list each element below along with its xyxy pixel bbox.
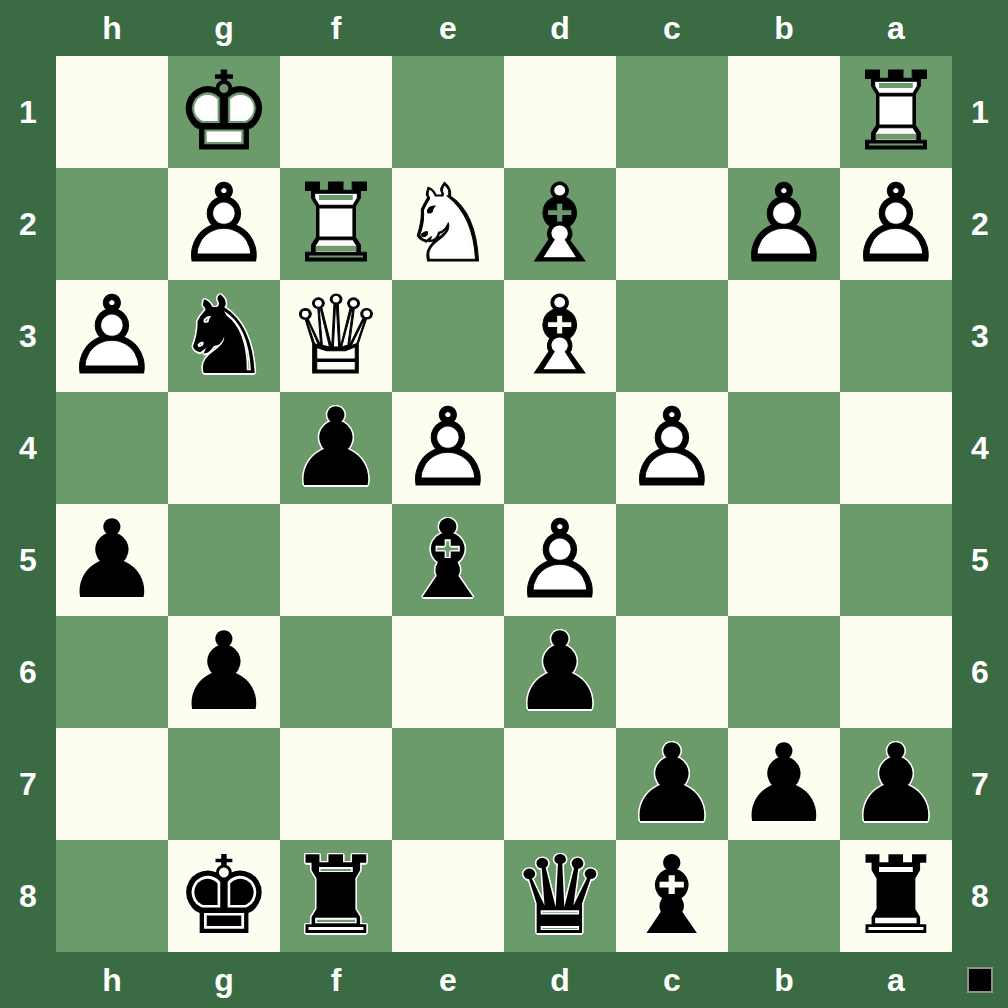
black-pawn[interactable]: ♟ <box>280 392 392 504</box>
piece-glyph: ♟ <box>616 728 728 840</box>
file-label-top-b: b <box>728 0 840 56</box>
piece-glyph-outline: ♔ <box>168 56 280 168</box>
square-d2[interactable]: ♝♗ <box>504 168 616 280</box>
file-label-bottom-e: e <box>392 952 504 1008</box>
piece-glyph: ♟ <box>280 392 392 504</box>
square-f4[interactable]: ♟ <box>280 392 392 504</box>
rank-label-right-6: 6 <box>952 616 1008 728</box>
rank-label-left-5: 5 <box>0 504 56 616</box>
white-pawn[interactable]: ♟♙ <box>616 392 728 504</box>
rank-label-left-6: 6 <box>0 616 56 728</box>
rank-label-left-2: 2 <box>0 168 56 280</box>
file-label-bottom-f: f <box>280 952 392 1008</box>
square-a4[interactable] <box>840 392 952 504</box>
file-label-top-h: h <box>56 0 168 56</box>
square-b8[interactable] <box>728 840 840 952</box>
rank-label-right-3: 3 <box>952 280 1008 392</box>
square-e3[interactable] <box>392 280 504 392</box>
square-c3[interactable] <box>616 280 728 392</box>
piece-glyph: ♜ <box>840 840 952 952</box>
piece-glyph-outline: ♖ <box>280 168 392 280</box>
file-label-bottom-a: a <box>840 952 952 1008</box>
board-border-corner <box>0 0 56 56</box>
rank-label-left-8: 8 <box>0 840 56 952</box>
piece-glyph: ♟ <box>840 168 952 280</box>
board-border-corner <box>952 0 1008 56</box>
square-e7[interactable] <box>392 728 504 840</box>
square-f3[interactable]: ♛♕ <box>280 280 392 392</box>
black-pawn[interactable]: ♟ <box>728 728 840 840</box>
black-pawn[interactable]: ♟ <box>616 728 728 840</box>
piece-glyph: ♟ <box>728 168 840 280</box>
piece-glyph-outline: ♙ <box>616 392 728 504</box>
file-label-top-e: e <box>392 0 504 56</box>
piece-glyph-outline: ♙ <box>392 392 504 504</box>
square-b2[interactable]: ♟♙ <box>728 168 840 280</box>
square-c6[interactable] <box>616 616 728 728</box>
square-d8[interactable]: ♛ <box>504 840 616 952</box>
piece-glyph: ♚ <box>168 840 280 952</box>
black-pawn[interactable]: ♟ <box>168 616 280 728</box>
piece-glyph: ♟ <box>504 616 616 728</box>
file-label-bottom-d: d <box>504 952 616 1008</box>
black-knight[interactable]: ♞ <box>168 280 280 392</box>
square-c4[interactable]: ♟♙ <box>616 392 728 504</box>
square-h8[interactable] <box>56 840 168 952</box>
square-g8[interactable]: ♚ <box>168 840 280 952</box>
square-c5[interactable] <box>616 504 728 616</box>
square-a5[interactable] <box>840 504 952 616</box>
board-border-corner <box>952 952 1008 1008</box>
chess-board: hgfedcba1♚♔♜♖12♟♙♜♖♞♘♝♗♟♙♟♙23♟♙♞♛♕♝♗34♟♟… <box>0 0 1008 1008</box>
square-b4[interactable] <box>728 392 840 504</box>
square-h4[interactable] <box>56 392 168 504</box>
piece-glyph: ♟ <box>56 504 168 616</box>
square-d3[interactable]: ♝♗ <box>504 280 616 392</box>
white-pawn[interactable]: ♟♙ <box>840 168 952 280</box>
piece-glyph: ♟ <box>616 392 728 504</box>
piece-glyph: ♟ <box>56 280 168 392</box>
square-d6[interactable]: ♟ <box>504 616 616 728</box>
rank-label-right-5: 5 <box>952 504 1008 616</box>
piece-glyph: ♛ <box>504 840 616 952</box>
piece-glyph: ♜ <box>280 840 392 952</box>
white-pawn[interactable]: ♟♙ <box>56 280 168 392</box>
square-e5[interactable]: ♝ <box>392 504 504 616</box>
black-to-move-indicator <box>967 967 993 993</box>
rank-label-right-1: 1 <box>952 56 1008 168</box>
piece-glyph: ♝ <box>504 168 616 280</box>
rank-label-right-2: 2 <box>952 168 1008 280</box>
black-rook[interactable]: ♜ <box>840 840 952 952</box>
square-g2[interactable]: ♟♙ <box>168 168 280 280</box>
square-h6[interactable] <box>56 616 168 728</box>
piece-glyph: ♜ <box>840 56 952 168</box>
rank-label-right-8: 8 <box>952 840 1008 952</box>
piece-glyph-outline: ♗ <box>504 280 616 392</box>
white-pawn[interactable]: ♟♙ <box>392 392 504 504</box>
piece-glyph: ♛ <box>280 280 392 392</box>
piece-glyph: ♟ <box>728 728 840 840</box>
black-pawn[interactable]: ♟ <box>840 728 952 840</box>
piece-glyph: ♟ <box>168 616 280 728</box>
square-a7[interactable]: ♟ <box>840 728 952 840</box>
file-label-bottom-g: g <box>168 952 280 1008</box>
white-pawn[interactable]: ♟♙ <box>728 168 840 280</box>
square-d1[interactable] <box>504 56 616 168</box>
piece-glyph-outline: ♖ <box>840 56 952 168</box>
file-label-bottom-b: b <box>728 952 840 1008</box>
piece-glyph: ♞ <box>168 280 280 392</box>
piece-glyph: ♞ <box>392 168 504 280</box>
square-h7[interactable] <box>56 728 168 840</box>
square-h1[interactable] <box>56 56 168 168</box>
piece-glyph-outline: ♙ <box>56 280 168 392</box>
rank-label-left-1: 1 <box>0 56 56 168</box>
square-h2[interactable] <box>56 168 168 280</box>
piece-glyph: ♟ <box>504 504 616 616</box>
file-label-top-c: c <box>616 0 728 56</box>
file-label-top-a: a <box>840 0 952 56</box>
black-bishop[interactable]: ♝ <box>392 504 504 616</box>
black-pawn[interactable]: ♟ <box>56 504 168 616</box>
piece-glyph: ♝ <box>392 504 504 616</box>
piece-glyph: ♝ <box>504 280 616 392</box>
black-pawn[interactable]: ♟ <box>504 616 616 728</box>
piece-glyph: ♟ <box>392 392 504 504</box>
piece-glyph-outline: ♗ <box>504 168 616 280</box>
rank-label-right-4: 4 <box>952 392 1008 504</box>
piece-glyph-outline: ♙ <box>840 168 952 280</box>
rank-label-right-7: 7 <box>952 728 1008 840</box>
white-rook[interactable]: ♜♖ <box>840 56 952 168</box>
square-d7[interactable] <box>504 728 616 840</box>
piece-glyph: ♝ <box>616 840 728 952</box>
white-rook[interactable]: ♜♖ <box>280 168 392 280</box>
piece-glyph-outline: ♘ <box>392 168 504 280</box>
white-bishop[interactable]: ♝♗ <box>504 280 616 392</box>
square-f7[interactable] <box>280 728 392 840</box>
board-border-corner <box>0 952 56 1008</box>
square-c2[interactable] <box>616 168 728 280</box>
black-bishop[interactable]: ♝ <box>616 840 728 952</box>
square-g7[interactable] <box>168 728 280 840</box>
square-f8[interactable]: ♜ <box>280 840 392 952</box>
piece-glyph-outline: ♙ <box>168 168 280 280</box>
white-king[interactable]: ♚♔ <box>168 56 280 168</box>
square-d5[interactable]: ♟♙ <box>504 504 616 616</box>
square-c7[interactable]: ♟ <box>616 728 728 840</box>
square-g3[interactable]: ♞ <box>168 280 280 392</box>
piece-glyph: ♜ <box>280 168 392 280</box>
square-h5[interactable]: ♟ <box>56 504 168 616</box>
rank-label-left-7: 7 <box>0 728 56 840</box>
square-e6[interactable] <box>392 616 504 728</box>
square-e1[interactable] <box>392 56 504 168</box>
rank-label-left-4: 4 <box>0 392 56 504</box>
square-b1[interactable] <box>728 56 840 168</box>
file-label-bottom-h: h <box>56 952 168 1008</box>
square-a8[interactable]: ♜ <box>840 840 952 952</box>
black-king[interactable]: ♚ <box>168 840 280 952</box>
square-b5[interactable] <box>728 504 840 616</box>
black-queen[interactable]: ♛ <box>504 840 616 952</box>
square-b3[interactable] <box>728 280 840 392</box>
file-label-top-f: f <box>280 0 392 56</box>
file-label-top-d: d <box>504 0 616 56</box>
black-rook[interactable]: ♜ <box>280 840 392 952</box>
square-f2[interactable]: ♜♖ <box>280 168 392 280</box>
rank-label-left-3: 3 <box>0 280 56 392</box>
square-f5[interactable] <box>280 504 392 616</box>
piece-glyph-outline: ♙ <box>504 504 616 616</box>
square-e8[interactable] <box>392 840 504 952</box>
piece-glyph-outline: ♕ <box>280 280 392 392</box>
square-e2[interactable]: ♞♘ <box>392 168 504 280</box>
square-g6[interactable]: ♟ <box>168 616 280 728</box>
white-pawn[interactable]: ♟♙ <box>168 168 280 280</box>
white-knight[interactable]: ♞♘ <box>392 168 504 280</box>
piece-glyph-outline: ♙ <box>728 168 840 280</box>
square-g1[interactable]: ♚♔ <box>168 56 280 168</box>
square-g4[interactable] <box>168 392 280 504</box>
square-h3[interactable]: ♟♙ <box>56 280 168 392</box>
square-e4[interactable]: ♟♙ <box>392 392 504 504</box>
square-a1[interactable]: ♜♖ <box>840 56 952 168</box>
square-a6[interactable] <box>840 616 952 728</box>
white-bishop[interactable]: ♝♗ <box>504 168 616 280</box>
piece-glyph: ♟ <box>168 168 280 280</box>
square-b6[interactable] <box>728 616 840 728</box>
square-b7[interactable]: ♟ <box>728 728 840 840</box>
square-f1[interactable] <box>280 56 392 168</box>
square-f6[interactable] <box>280 616 392 728</box>
white-pawn[interactable]: ♟♙ <box>504 504 616 616</box>
square-g5[interactable] <box>168 504 280 616</box>
square-a3[interactable] <box>840 280 952 392</box>
piece-glyph: ♚ <box>168 56 280 168</box>
piece-glyph: ♟ <box>840 728 952 840</box>
square-c8[interactable]: ♝ <box>616 840 728 952</box>
file-label-bottom-c: c <box>616 952 728 1008</box>
square-d4[interactable] <box>504 392 616 504</box>
square-c1[interactable] <box>616 56 728 168</box>
square-a2[interactable]: ♟♙ <box>840 168 952 280</box>
file-label-top-g: g <box>168 0 280 56</box>
white-queen[interactable]: ♛♕ <box>280 280 392 392</box>
